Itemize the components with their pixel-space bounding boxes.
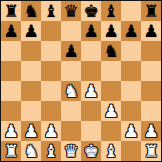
black-king[interactable]: ♚ bbox=[83, 1, 98, 21]
square-d4[interactable]: ♞ bbox=[61, 81, 81, 101]
square-e5[interactable] bbox=[81, 61, 101, 81]
square-a4[interactable] bbox=[1, 81, 21, 101]
square-h7[interactable]: ♟ bbox=[141, 21, 161, 41]
white-bishop[interactable]: ♝ bbox=[43, 141, 58, 161]
square-c8[interactable]: ♝ bbox=[41, 1, 61, 21]
square-b7[interactable]: ♟ bbox=[21, 21, 41, 41]
white-queen[interactable]: ♛ bbox=[63, 141, 78, 161]
square-c7[interactable] bbox=[41, 21, 61, 41]
square-b2[interactable]: ♟ bbox=[21, 121, 41, 141]
square-c4[interactable] bbox=[41, 81, 61, 101]
white-knight[interactable]: ♞ bbox=[23, 141, 38, 161]
black-bishop[interactable]: ♝ bbox=[103, 1, 118, 21]
square-c6[interactable] bbox=[41, 41, 61, 61]
white-pawn[interactable]: ♟ bbox=[83, 81, 98, 101]
square-b8[interactable]: ♞ bbox=[21, 1, 41, 21]
square-f5[interactable] bbox=[101, 61, 121, 81]
square-a7[interactable]: ♟ bbox=[1, 21, 21, 41]
black-pawn[interactable]: ♟ bbox=[123, 21, 138, 41]
square-e8[interactable]: ♚ bbox=[81, 1, 101, 21]
white-knight[interactable]: ♞ bbox=[63, 81, 78, 101]
square-g6[interactable] bbox=[121, 41, 141, 61]
square-a8[interactable]: ♜ bbox=[1, 1, 21, 21]
black-rook[interactable]: ♜ bbox=[3, 1, 18, 21]
square-b5[interactable] bbox=[21, 61, 41, 81]
square-d2[interactable] bbox=[61, 121, 81, 141]
square-h3[interactable] bbox=[141, 101, 161, 121]
square-c5[interactable] bbox=[41, 61, 61, 81]
square-f7[interactable]: ♟ bbox=[101, 21, 121, 41]
square-a2[interactable]: ♟ bbox=[1, 121, 21, 141]
square-h4[interactable] bbox=[141, 81, 161, 101]
white-king[interactable]: ♚ bbox=[83, 141, 98, 161]
square-d7[interactable] bbox=[61, 21, 81, 41]
white-bishop[interactable]: ♝ bbox=[103, 141, 118, 161]
square-e3[interactable] bbox=[81, 101, 101, 121]
black-rook[interactable]: ♜ bbox=[143, 1, 158, 21]
black-knight[interactable]: ♞ bbox=[103, 41, 118, 61]
white-pawn[interactable]: ♟ bbox=[143, 121, 158, 141]
square-e4[interactable]: ♟ bbox=[81, 81, 101, 101]
white-pawn[interactable]: ♟ bbox=[123, 121, 138, 141]
white-pawn[interactable]: ♟ bbox=[3, 121, 18, 141]
square-b1[interactable]: ♞ bbox=[21, 141, 41, 161]
square-b6[interactable] bbox=[21, 41, 41, 61]
square-d8[interactable]: ♛ bbox=[61, 1, 81, 21]
square-b4[interactable] bbox=[21, 81, 41, 101]
square-h2[interactable]: ♟ bbox=[141, 121, 161, 141]
black-pawn[interactable]: ♟ bbox=[3, 21, 18, 41]
square-f8[interactable]: ♝ bbox=[101, 1, 121, 21]
square-f1[interactable]: ♝ bbox=[101, 141, 121, 161]
square-c1[interactable]: ♝ bbox=[41, 141, 61, 161]
black-pawn[interactable]: ♟ bbox=[103, 21, 118, 41]
square-c3[interactable] bbox=[41, 101, 61, 121]
square-g2[interactable]: ♟ bbox=[121, 121, 141, 141]
square-h6[interactable] bbox=[141, 41, 161, 61]
square-h5[interactable] bbox=[141, 61, 161, 81]
square-d5[interactable] bbox=[61, 61, 81, 81]
square-f4[interactable] bbox=[101, 81, 121, 101]
square-a6[interactable] bbox=[1, 41, 21, 61]
square-f3[interactable]: ♟ bbox=[101, 101, 121, 121]
square-g1[interactable] bbox=[121, 141, 141, 161]
square-b3[interactable] bbox=[21, 101, 41, 121]
white-rook[interactable]: ♜ bbox=[143, 141, 158, 161]
white-pawn[interactable]: ♟ bbox=[43, 121, 58, 141]
black-pawn[interactable]: ♟ bbox=[83, 21, 98, 41]
square-g5[interactable] bbox=[121, 61, 141, 81]
black-pawn[interactable]: ♟ bbox=[63, 41, 78, 61]
square-g7[interactable]: ♟ bbox=[121, 21, 141, 41]
square-h1[interactable]: ♜ bbox=[141, 141, 161, 161]
square-g4[interactable] bbox=[121, 81, 141, 101]
black-pawn[interactable]: ♟ bbox=[23, 21, 38, 41]
square-a3[interactable] bbox=[1, 101, 21, 121]
square-e6[interactable] bbox=[81, 41, 101, 61]
square-g8[interactable] bbox=[121, 1, 141, 21]
black-knight[interactable]: ♞ bbox=[23, 1, 38, 21]
square-d1[interactable]: ♛ bbox=[61, 141, 81, 161]
square-g3[interactable] bbox=[121, 101, 141, 121]
square-h8[interactable]: ♜ bbox=[141, 1, 161, 21]
black-bishop[interactable]: ♝ bbox=[43, 1, 58, 21]
white-rook[interactable]: ♜ bbox=[3, 141, 18, 161]
white-pawn[interactable]: ♟ bbox=[23, 121, 38, 141]
square-e2[interactable] bbox=[81, 121, 101, 141]
chess-board: ♜♞♝♛♚♝♜♟♟♟♟♟♟♟♞♞♟♟♟♟♟♟♟♜♞♝♛♚♝♜ bbox=[0, 0, 162, 162]
square-a5[interactable] bbox=[1, 61, 21, 81]
square-a1[interactable]: ♜ bbox=[1, 141, 21, 161]
square-d3[interactable] bbox=[61, 101, 81, 121]
square-e1[interactable]: ♚ bbox=[81, 141, 101, 161]
square-c2[interactable]: ♟ bbox=[41, 121, 61, 141]
square-f6[interactable]: ♞ bbox=[101, 41, 121, 61]
square-e7[interactable]: ♟ bbox=[81, 21, 101, 41]
square-f2[interactable] bbox=[101, 121, 121, 141]
black-pawn[interactable]: ♟ bbox=[143, 21, 158, 41]
white-pawn[interactable]: ♟ bbox=[103, 101, 118, 121]
black-queen[interactable]: ♛ bbox=[63, 1, 78, 21]
square-d6[interactable]: ♟ bbox=[61, 41, 81, 61]
